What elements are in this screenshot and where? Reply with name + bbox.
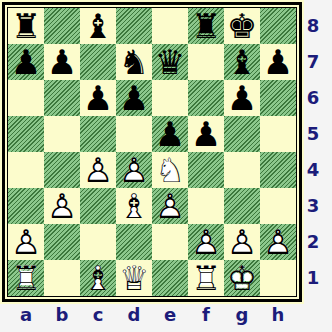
file-label-a: a	[8, 302, 44, 328]
rank-label-1: 1	[300, 260, 326, 296]
rank-label-8: 8	[300, 8, 326, 44]
square-h8[interactable]	[260, 8, 296, 44]
piece-white-king[interactable]: ♚♔	[224, 260, 260, 296]
square-d6[interactable]: ♟	[116, 80, 152, 116]
piece-white-pawn[interactable]: ♟♙	[152, 188, 188, 224]
piece-black-pawn[interactable]: ♟	[188, 116, 224, 152]
chess-board: ♜♝♜♚♟♟♞♛♝♟♟♟♟♟♟♟♙♟♙♞♘♟♙♝♗♟♙♟♙♟♙♟♙♟♙♜♖♝♗♛…	[0, 0, 304, 304]
board-frame: ♜♝♜♚♟♟♞♛♝♟♟♟♟♟♟♟♙♟♙♞♘♟♙♝♗♟♙♟♙♟♙♟♙♟♙♜♖♝♗♛…	[2, 2, 302, 302]
piece-glyph: ♗	[116, 188, 152, 224]
square-g6[interactable]: ♟	[224, 80, 260, 116]
piece-glyph: ♟	[152, 116, 188, 152]
square-a7[interactable]: ♟	[8, 44, 44, 80]
piece-glyph: ♚	[224, 8, 260, 44]
square-c3[interactable]	[80, 188, 116, 224]
piece-glyph: ♙	[224, 224, 260, 260]
square-h3[interactable]	[260, 188, 296, 224]
square-d1[interactable]: ♛♕	[116, 260, 152, 296]
square-h5[interactable]	[260, 116, 296, 152]
square-h7[interactable]: ♟	[260, 44, 296, 80]
file-labels: abcdefgh	[8, 302, 296, 328]
square-f7[interactable]	[188, 44, 224, 80]
rank-label-5: 5	[300, 116, 326, 152]
file-label-e: e	[152, 302, 188, 328]
square-d3[interactable]: ♝♗	[116, 188, 152, 224]
piece-black-bishop[interactable]: ♝	[224, 44, 260, 80]
piece-glyph: ♟	[8, 44, 44, 80]
piece-glyph: ♟	[80, 80, 116, 116]
piece-white-knight[interactable]: ♞♘	[152, 152, 188, 188]
piece-glyph: ♕	[116, 260, 152, 296]
board-frame-inner: ♜♝♜♚♟♟♞♛♝♟♟♟♟♟♟♟♙♟♙♞♘♟♙♝♗♟♙♟♙♟♙♟♙♟♙♜♖♝♗♛…	[7, 7, 297, 297]
rank-label-3: 3	[300, 188, 326, 224]
piece-white-bishop[interactable]: ♝♗	[80, 260, 116, 296]
piece-glyph: ♝	[224, 44, 260, 80]
piece-glyph: ♙	[260, 224, 296, 260]
square-c6[interactable]: ♟	[80, 80, 116, 116]
piece-black-rook[interactable]: ♜	[8, 8, 44, 44]
rank-labels: 87654321	[300, 8, 326, 296]
piece-glyph: ♛	[152, 44, 188, 80]
piece-glyph: ♞	[116, 44, 152, 80]
piece-black-bishop[interactable]: ♝	[80, 8, 116, 44]
square-d7[interactable]: ♞	[116, 44, 152, 80]
piece-glyph: ♙	[188, 224, 224, 260]
square-d2[interactable]	[116, 224, 152, 260]
piece-white-rook[interactable]: ♜♖	[8, 260, 44, 296]
square-a6[interactable]	[8, 80, 44, 116]
piece-glyph: ♙	[44, 188, 80, 224]
square-b7[interactable]: ♟	[44, 44, 80, 80]
piece-black-knight[interactable]: ♞	[116, 44, 152, 80]
piece-black-queen[interactable]: ♛	[152, 44, 188, 80]
piece-white-pawn[interactable]: ♟♙	[8, 224, 44, 260]
square-g8[interactable]: ♚	[224, 8, 260, 44]
piece-white-pawn[interactable]: ♟♙	[188, 224, 224, 260]
piece-white-pawn[interactable]: ♟♙	[260, 224, 296, 260]
piece-glyph: ♜	[188, 8, 224, 44]
square-e8[interactable]	[152, 8, 188, 44]
square-e3[interactable]: ♟♙	[152, 188, 188, 224]
piece-white-pawn[interactable]: ♟♙	[224, 224, 260, 260]
piece-glyph: ♙	[8, 224, 44, 260]
piece-glyph: ♙	[116, 152, 152, 188]
piece-glyph: ♖	[8, 260, 44, 296]
square-e4[interactable]: ♞♘	[152, 152, 188, 188]
piece-black-pawn[interactable]: ♟	[8, 44, 44, 80]
piece-white-pawn[interactable]: ♟♙	[80, 152, 116, 188]
piece-glyph: ♟	[116, 80, 152, 116]
piece-glyph: ♖	[188, 260, 224, 296]
file-label-b: b	[44, 302, 80, 328]
file-label-d: d	[116, 302, 152, 328]
board-grid: ♜♝♜♚♟♟♞♛♝♟♟♟♟♟♟♟♙♟♙♞♘♟♙♝♗♟♙♟♙♟♙♟♙♟♙♜♖♝♗♛…	[8, 8, 296, 296]
square-e2[interactable]	[152, 224, 188, 260]
rank-label-6: 6	[300, 80, 326, 116]
square-b2[interactable]	[44, 224, 80, 260]
piece-glyph: ♘	[152, 152, 188, 188]
square-f4[interactable]	[188, 152, 224, 188]
square-b1[interactable]	[44, 260, 80, 296]
square-f1[interactable]: ♜♖	[188, 260, 224, 296]
piece-glyph: ♙	[80, 152, 116, 188]
rank-label-2: 2	[300, 224, 326, 260]
square-c4[interactable]: ♟♙	[80, 152, 116, 188]
square-b6[interactable]	[44, 80, 80, 116]
square-h6[interactable]	[260, 80, 296, 116]
square-g2[interactable]: ♟♙	[224, 224, 260, 260]
piece-white-queen[interactable]: ♛♕	[116, 260, 152, 296]
square-g7[interactable]: ♝	[224, 44, 260, 80]
square-g4[interactable]	[224, 152, 260, 188]
square-h1[interactable]	[260, 260, 296, 296]
file-label-f: f	[188, 302, 224, 328]
piece-glyph: ♔	[224, 260, 260, 296]
piece-white-bishop[interactable]: ♝♗	[116, 188, 152, 224]
square-f6[interactable]	[188, 80, 224, 116]
square-a5[interactable]	[8, 116, 44, 152]
square-a1[interactable]: ♜♖	[8, 260, 44, 296]
square-e6[interactable]	[152, 80, 188, 116]
rank-label-7: 7	[300, 44, 326, 80]
square-f5[interactable]: ♟	[188, 116, 224, 152]
piece-black-pawn[interactable]: ♟	[80, 80, 116, 116]
square-f8[interactable]: ♜	[188, 8, 224, 44]
square-b5[interactable]	[44, 116, 80, 152]
square-c2[interactable]	[80, 224, 116, 260]
square-e1[interactable]	[152, 260, 188, 296]
file-label-c: c	[80, 302, 116, 328]
file-label-h: h	[260, 302, 296, 328]
square-c1[interactable]: ♝♗	[80, 260, 116, 296]
piece-glyph: ♜	[8, 8, 44, 44]
square-d4[interactable]: ♟♙	[116, 152, 152, 188]
piece-black-rook[interactable]: ♜	[188, 8, 224, 44]
square-g3[interactable]	[224, 188, 260, 224]
piece-white-rook[interactable]: ♜♖	[188, 260, 224, 296]
piece-black-pawn[interactable]: ♟	[44, 44, 80, 80]
square-f2[interactable]: ♟♙	[188, 224, 224, 260]
file-label-g: g	[224, 302, 260, 328]
square-e7[interactable]: ♛	[152, 44, 188, 80]
piece-glyph: ♟	[188, 116, 224, 152]
square-d5[interactable]	[116, 116, 152, 152]
piece-glyph: ♙	[152, 188, 188, 224]
piece-glyph: ♗	[80, 260, 116, 296]
piece-black-pawn[interactable]: ♟	[152, 116, 188, 152]
square-e5[interactable]: ♟	[152, 116, 188, 152]
square-f3[interactable]	[188, 188, 224, 224]
square-d8[interactable]	[116, 8, 152, 44]
piece-glyph: ♝	[80, 8, 116, 44]
square-b4[interactable]	[44, 152, 80, 188]
square-c8[interactable]: ♝	[80, 8, 116, 44]
square-h2[interactable]: ♟♙	[260, 224, 296, 260]
square-g5[interactable]	[224, 116, 260, 152]
square-h4[interactable]	[260, 152, 296, 188]
piece-black-pawn[interactable]: ♟	[224, 80, 260, 116]
square-a4[interactable]	[8, 152, 44, 188]
square-b8[interactable]	[44, 8, 80, 44]
square-b3[interactable]: ♟♙	[44, 188, 80, 224]
square-c7[interactable]	[80, 44, 116, 80]
square-a3[interactable]	[8, 188, 44, 224]
piece-black-pawn[interactable]: ♟	[116, 80, 152, 116]
square-g1[interactable]: ♚♔	[224, 260, 260, 296]
square-a8[interactable]: ♜	[8, 8, 44, 44]
piece-glyph: ♟	[224, 80, 260, 116]
piece-white-pawn[interactable]: ♟♙	[116, 152, 152, 188]
piece-white-pawn[interactable]: ♟♙	[44, 188, 80, 224]
square-a2[interactable]: ♟♙	[8, 224, 44, 260]
piece-black-king[interactable]: ♚	[224, 8, 260, 44]
square-c5[interactable]	[80, 116, 116, 152]
rank-label-4: 4	[300, 152, 326, 188]
piece-glyph: ♟	[44, 44, 80, 80]
piece-black-pawn[interactable]: ♟	[260, 44, 296, 80]
piece-glyph: ♟	[260, 44, 296, 80]
